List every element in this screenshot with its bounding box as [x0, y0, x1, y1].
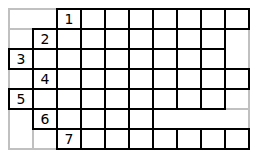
outline-segment: [8, 28, 34, 30]
crossword-cell[interactable]: [176, 88, 202, 110]
crossword-cell[interactable]: [56, 88, 82, 110]
crossword-cell[interactable]: [176, 8, 202, 30]
outline-segment: [8, 8, 58, 10]
crossword-cell[interactable]: [104, 68, 130, 90]
crossword-cell[interactable]: [152, 88, 178, 110]
crossword-cell[interactable]: [56, 28, 82, 50]
crossword-cell[interactable]: [128, 88, 154, 110]
clue-number: 2: [41, 32, 50, 46]
crossword-cell[interactable]: [200, 28, 226, 50]
crossword-cell[interactable]: [152, 8, 178, 30]
crossword-cell[interactable]: [152, 68, 178, 90]
crossword-cell[interactable]: [104, 108, 130, 130]
crossword-cell[interactable]: [200, 88, 226, 110]
crossword-cell-numbered[interactable]: 3: [8, 48, 34, 70]
crossword-cell-numbered[interactable]: 6: [32, 108, 58, 130]
crossword-cell[interactable]: [32, 88, 58, 110]
crossword-cell[interactable]: [176, 28, 202, 50]
board: 1234567: [0, 0, 268, 158]
crossword-cell[interactable]: [104, 48, 130, 70]
crossword-cell[interactable]: [224, 68, 250, 90]
crossword-cell[interactable]: [104, 128, 130, 150]
clue-number: 3: [17, 52, 26, 66]
crossword-cell[interactable]: [152, 48, 178, 70]
clue-number: 5: [17, 92, 26, 106]
clue-number: 6: [41, 112, 50, 126]
outline-segment: [224, 108, 250, 110]
crossword-cell[interactable]: [80, 48, 106, 70]
crossword-cell[interactable]: [200, 128, 226, 150]
crossword-cell[interactable]: [56, 68, 82, 90]
clue-number: 4: [41, 72, 50, 86]
crossword-cell[interactable]: [80, 88, 106, 110]
crossword-cell-numbered[interactable]: 5: [8, 88, 34, 110]
crossword-cell[interactable]: [224, 8, 250, 30]
crossword-cell[interactable]: [128, 8, 154, 30]
crossword-cell[interactable]: [80, 68, 106, 90]
crossword-cell[interactable]: [224, 128, 250, 150]
crossword-cell[interactable]: [80, 128, 106, 150]
crossword-cell[interactable]: [56, 48, 82, 70]
crossword-cell[interactable]: [32, 48, 58, 70]
outline-segment: [32, 128, 34, 149]
crossword-cell[interactable]: [200, 8, 226, 30]
crossword-cell[interactable]: [104, 8, 130, 30]
crossword-cell-numbered[interactable]: 7: [56, 128, 82, 150]
crossword-cell[interactable]: [128, 128, 154, 150]
crossword-cell-numbered[interactable]: 2: [32, 28, 58, 50]
crossword-cell[interactable]: [104, 28, 130, 50]
clue-number: 1: [65, 12, 74, 26]
crossword-cell[interactable]: [176, 48, 202, 70]
clue-number: 7: [65, 132, 74, 146]
crossword-cell[interactable]: [176, 128, 202, 150]
crossword-cell[interactable]: [176, 68, 202, 90]
crossword-cell[interactable]: [80, 28, 106, 50]
crossword-puzzle: 1234567: [0, 0, 268, 158]
crossword-cell[interactable]: [128, 68, 154, 90]
crossword-cell[interactable]: [128, 28, 154, 50]
crossword-cell[interactable]: [152, 128, 178, 150]
crossword-cell[interactable]: [128, 108, 154, 130]
crossword-cell[interactable]: [104, 88, 130, 110]
crossword-cell[interactable]: [128, 48, 154, 70]
crossword-cell-numbered[interactable]: 1: [56, 8, 82, 30]
crossword-cell[interactable]: [80, 8, 106, 30]
crossword-cell[interactable]: [200, 68, 226, 90]
crossword-cell[interactable]: [56, 108, 82, 130]
crossword-cell[interactable]: [152, 28, 178, 50]
crossword-cell[interactable]: [200, 48, 226, 70]
crossword-cell-numbered[interactable]: 4: [32, 68, 58, 90]
crossword-cell[interactable]: [80, 108, 106, 130]
